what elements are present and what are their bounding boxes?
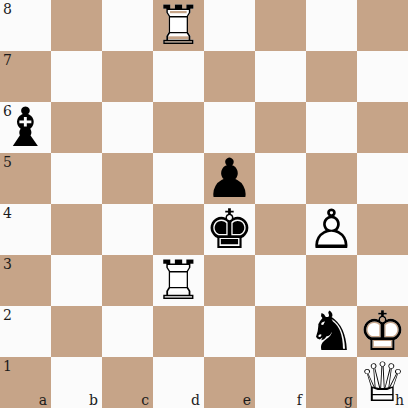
- file-label-e: e: [243, 393, 251, 407]
- square-b7[interactable]: [51, 51, 102, 102]
- square-e6[interactable]: [204, 102, 255, 153]
- file-label-a: a: [39, 393, 47, 407]
- square-f8[interactable]: [255, 0, 306, 51]
- square-e1[interactable]: e: [204, 357, 255, 408]
- square-c4[interactable]: [102, 204, 153, 255]
- square-d4[interactable]: [153, 204, 204, 255]
- square-f6[interactable]: [255, 102, 306, 153]
- black-knight-glyph: ♞: [306, 306, 357, 357]
- square-b8[interactable]: [51, 0, 102, 51]
- black-bishop[interactable]: ♝: [0, 102, 51, 153]
- file-label-c: c: [141, 393, 149, 407]
- square-a8[interactable]: 8: [0, 0, 51, 51]
- square-h6[interactable]: [357, 102, 408, 153]
- square-b2[interactable]: [51, 306, 102, 357]
- square-f2[interactable]: [255, 306, 306, 357]
- square-f5[interactable]: [255, 153, 306, 204]
- square-g4[interactable]: ♟♙: [306, 204, 357, 255]
- square-h4[interactable]: [357, 204, 408, 255]
- white-pawn[interactable]: ♟♙: [306, 204, 357, 255]
- square-c3[interactable]: [102, 255, 153, 306]
- square-g8[interactable]: [306, 0, 357, 51]
- square-h7[interactable]: [357, 51, 408, 102]
- white-rook-fill: ♜: [153, 0, 204, 51]
- square-c7[interactable]: [102, 51, 153, 102]
- black-pawn-glyph: ♟: [204, 153, 255, 204]
- square-e7[interactable]: [204, 51, 255, 102]
- file-label-f: f: [297, 393, 302, 407]
- rank-label-8: 8: [3, 2, 12, 16]
- square-c1[interactable]: c: [102, 357, 153, 408]
- square-g1[interactable]: g: [306, 357, 357, 408]
- white-queen-glyph: ♕: [357, 357, 408, 408]
- file-label-d: d: [191, 393, 200, 407]
- square-c2[interactable]: [102, 306, 153, 357]
- square-a2[interactable]: 2: [0, 306, 51, 357]
- black-pawn[interactable]: ♟: [204, 153, 255, 204]
- square-d3[interactable]: ♜♖: [153, 255, 204, 306]
- rank-label-7: 7: [3, 53, 12, 67]
- rank-label-5: 5: [3, 155, 12, 169]
- white-rook-glyph: ♖: [153, 0, 204, 51]
- white-king-fill: ♚: [357, 306, 408, 357]
- square-h3[interactable]: [357, 255, 408, 306]
- square-d1[interactable]: d: [153, 357, 204, 408]
- square-d2[interactable]: [153, 306, 204, 357]
- black-king[interactable]: ♚: [204, 204, 255, 255]
- square-a7[interactable]: 7: [0, 51, 51, 102]
- rank-label-2: 2: [3, 308, 12, 322]
- square-b6[interactable]: [51, 102, 102, 153]
- square-f1[interactable]: f: [255, 357, 306, 408]
- square-c8[interactable]: [102, 0, 153, 51]
- white-pawn-glyph: ♙: [306, 204, 357, 255]
- black-knight[interactable]: ♞: [306, 306, 357, 357]
- black-bishop-glyph: ♝: [0, 102, 51, 153]
- square-c5[interactable]: [102, 153, 153, 204]
- file-label-b: b: [89, 393, 98, 407]
- rank-label-3: 3: [3, 257, 12, 271]
- white-queen-fill: ♛: [357, 357, 408, 408]
- square-g5[interactable]: [306, 153, 357, 204]
- square-c6[interactable]: [102, 102, 153, 153]
- file-label-g: g: [344, 393, 353, 407]
- square-a3[interactable]: 3: [0, 255, 51, 306]
- white-queen[interactable]: ♛♕: [357, 357, 408, 408]
- square-g2[interactable]: ♞: [306, 306, 357, 357]
- square-b4[interactable]: [51, 204, 102, 255]
- square-a4[interactable]: 4: [0, 204, 51, 255]
- square-f7[interactable]: [255, 51, 306, 102]
- square-h5[interactable]: [357, 153, 408, 204]
- square-a5[interactable]: 5: [0, 153, 51, 204]
- white-rook-glyph: ♖: [153, 255, 204, 306]
- square-e2[interactable]: [204, 306, 255, 357]
- white-rook-fill: ♜: [153, 255, 204, 306]
- square-e3[interactable]: [204, 255, 255, 306]
- chess-board: 8♜♖7♝65♟4♚♟♙3♜♖2♞♚♔1abcdefg♛♕h: [0, 0, 408, 408]
- square-e5[interactable]: ♟: [204, 153, 255, 204]
- white-rook[interactable]: ♜♖: [153, 0, 204, 51]
- square-d6[interactable]: [153, 102, 204, 153]
- square-h2[interactable]: ♚♔: [357, 306, 408, 357]
- square-b3[interactable]: [51, 255, 102, 306]
- rank-label-4: 4: [3, 206, 12, 220]
- white-pawn-fill: ♟: [306, 204, 357, 255]
- square-a6[interactable]: ♝6: [0, 102, 51, 153]
- square-b1[interactable]: b: [51, 357, 102, 408]
- square-e4[interactable]: ♚: [204, 204, 255, 255]
- rank-label-1: 1: [3, 359, 12, 373]
- square-d5[interactable]: [153, 153, 204, 204]
- square-g7[interactable]: [306, 51, 357, 102]
- white-king[interactable]: ♚♔: [357, 306, 408, 357]
- square-h1[interactable]: ♛♕h: [357, 357, 408, 408]
- square-g6[interactable]: [306, 102, 357, 153]
- square-d7[interactable]: [153, 51, 204, 102]
- black-king-glyph: ♚: [204, 204, 255, 255]
- square-h8[interactable]: [357, 0, 408, 51]
- square-d8[interactable]: ♜♖: [153, 0, 204, 51]
- square-g3[interactable]: [306, 255, 357, 306]
- white-king-glyph: ♔: [357, 306, 408, 357]
- white-rook[interactable]: ♜♖: [153, 255, 204, 306]
- square-e8[interactable]: [204, 0, 255, 51]
- square-f4[interactable]: [255, 204, 306, 255]
- square-a1[interactable]: 1a: [0, 357, 51, 408]
- square-b5[interactable]: [51, 153, 102, 204]
- square-f3[interactable]: [255, 255, 306, 306]
